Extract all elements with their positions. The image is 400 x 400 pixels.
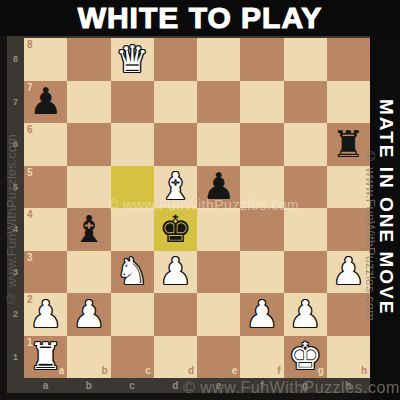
square-g8 (284, 38, 327, 81)
square-h7 (327, 81, 370, 124)
frame-file-label: f (240, 378, 283, 393)
square-a3: 3 (24, 251, 67, 294)
square-coord-file: e (232, 366, 238, 376)
square-d1: d (154, 336, 197, 379)
frame-rank-label: 3 (7, 251, 24, 294)
square-a7: 7♟ (24, 81, 67, 124)
top-banner-title: WHITE TO PLAY (0, 0, 400, 36)
piece-white-pawn: ♟ (67, 293, 110, 336)
frame-rank-label: 4 (7, 208, 24, 251)
square-b4: ♝ (67, 208, 110, 251)
square-g2: ♟ (284, 293, 327, 336)
square-h6: ♜ (327, 123, 370, 166)
square-e5: ♟ (197, 166, 240, 209)
square-coord-rank: 5 (27, 168, 33, 178)
square-f5 (240, 166, 283, 209)
square-c7 (111, 81, 154, 124)
square-coord-file: h (361, 366, 367, 376)
square-h3: ♟ (327, 251, 370, 294)
square-coord-rank: 4 (27, 210, 33, 220)
piece-white-pawn: ♟ (154, 251, 197, 294)
square-e8 (197, 38, 240, 81)
square-c5 (111, 166, 154, 209)
square-coord-rank: 8 (27, 40, 33, 50)
square-g7 (284, 81, 327, 124)
square-c1: c (111, 336, 154, 379)
frame-file-label: g (284, 378, 327, 393)
square-d2 (154, 293, 197, 336)
piece-black-pawn: ♟ (24, 81, 67, 124)
piece-white-rook: ♜ (24, 336, 67, 379)
piece-white-knight: ♞ (111, 251, 154, 294)
square-coord-file: d (188, 366, 194, 376)
frame-file-label: h (327, 378, 370, 393)
square-coord-file: f (277, 366, 280, 376)
square-d7 (154, 81, 197, 124)
frame-rank-label: 2 (7, 293, 24, 336)
square-g1: g♚ (284, 336, 327, 379)
square-c2 (111, 293, 154, 336)
square-g5 (284, 166, 327, 209)
square-f8 (240, 38, 283, 81)
square-f4 (240, 208, 283, 251)
square-b7 (67, 81, 110, 124)
square-h4 (327, 208, 370, 251)
square-b1: b (67, 336, 110, 379)
square-a8: 8 (24, 38, 67, 81)
square-g3 (284, 251, 327, 294)
piece-black-bishop: ♝ (67, 208, 110, 251)
frame-file-label: c (111, 378, 154, 393)
square-h2 (327, 293, 370, 336)
square-a6: 6 (24, 123, 67, 166)
frame-rank-label: 8 (7, 38, 24, 81)
square-d6 (154, 123, 197, 166)
square-e3 (197, 251, 240, 294)
square-e4 (197, 208, 240, 251)
square-b5 (67, 166, 110, 209)
chess-board: 8♛7♟6♜5♝♟4♝♚3♞♟♟2♟♟♟♟1a♜bcdefg♚h (24, 38, 370, 378)
piece-black-pawn: ♟ (197, 166, 240, 209)
square-f7 (240, 81, 283, 124)
square-coord-file: b (101, 366, 107, 376)
piece-white-pawn: ♟ (240, 293, 283, 336)
square-h1: h (327, 336, 370, 379)
frame-rank-labels: 87654321 (7, 38, 24, 378)
square-b3 (67, 251, 110, 294)
piece-black-king: ♚ (154, 208, 197, 251)
square-b2: ♟ (67, 293, 110, 336)
square-f6 (240, 123, 283, 166)
piece-white-pawn: ♟ (284, 293, 327, 336)
square-c4 (111, 208, 154, 251)
frame-file-label: e (197, 378, 240, 393)
square-e7 (197, 81, 240, 124)
square-c8: ♛ (111, 38, 154, 81)
frame-rank-label: 1 (7, 336, 24, 379)
square-f1: f (240, 336, 283, 379)
frame-file-labels: abcdefgh (24, 378, 370, 393)
square-a1: 1a♜ (24, 336, 67, 379)
square-a5: 5 (24, 166, 67, 209)
piece-white-pawn: ♟ (327, 251, 370, 294)
frame-file-label: d (154, 378, 197, 393)
square-g4 (284, 208, 327, 251)
square-c3: ♞ (111, 251, 154, 294)
square-d3: ♟ (154, 251, 197, 294)
square-d8 (154, 38, 197, 81)
right-banner-title: MATE IN ONE MOVE (372, 36, 400, 378)
square-b8 (67, 38, 110, 81)
square-h5 (327, 166, 370, 209)
piece-white-pawn: ♟ (24, 293, 67, 336)
frame-file-label: a (24, 378, 67, 393)
square-e1: e (197, 336, 240, 379)
square-d4: ♚ (154, 208, 197, 251)
square-a4: 4 (24, 208, 67, 251)
square-f2: ♟ (240, 293, 283, 336)
piece-white-queen: ♛ (111, 38, 154, 81)
square-coord-file: c (145, 366, 151, 376)
square-b6 (67, 123, 110, 166)
square-e6 (197, 123, 240, 166)
square-d5: ♝ (154, 166, 197, 209)
square-h8 (327, 38, 370, 81)
square-f3 (240, 251, 283, 294)
square-coord-rank: 6 (27, 125, 33, 135)
piece-white-bishop: ♝ (154, 166, 197, 209)
square-e2 (197, 293, 240, 336)
piece-black-rook: ♜ (327, 123, 370, 166)
square-g6 (284, 123, 327, 166)
piece-white-king: ♚ (284, 336, 327, 379)
square-coord-rank: 3 (27, 253, 33, 263)
square-c6 (111, 123, 154, 166)
square-a2: 2♟ (24, 293, 67, 336)
frame-rank-label: 6 (7, 123, 24, 166)
frame-file-label: b (67, 378, 110, 393)
frame-rank-label: 5 (7, 166, 24, 209)
frame-rank-label: 7 (7, 81, 24, 124)
